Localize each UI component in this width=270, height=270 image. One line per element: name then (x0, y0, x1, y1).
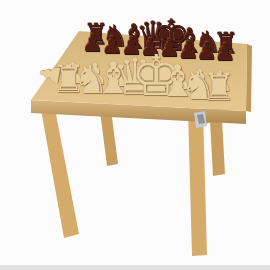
table-slab-right-face (246, 44, 252, 112)
table-leg-front-right (188, 110, 207, 256)
table-leg-back-left (100, 110, 118, 166)
table-top-surface (31, 31, 247, 111)
chess-table-photo: ♜♞♝♛♚♝♞♜♟♟♟♟♟♟♟♟♟♟♟♟♟♟♟♟♜♞♝♛♚♝♞♜♟ (0, 0, 270, 270)
floor-strip (0, 265, 270, 270)
table-leg-front-left (40, 104, 79, 238)
table-structure (0, 0, 270, 270)
